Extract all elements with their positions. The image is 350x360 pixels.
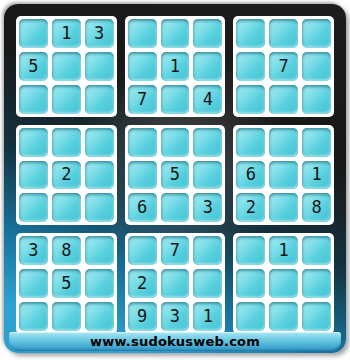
block-2-1: 2 bbox=[16, 125, 117, 226]
cell-r9c9[interactable] bbox=[302, 302, 331, 331]
cell-r1c7[interactable] bbox=[236, 19, 265, 48]
cell-r6c8[interactable] bbox=[269, 193, 298, 222]
cell-r8c3[interactable] bbox=[85, 269, 114, 298]
block-2-3: 6128 bbox=[233, 125, 334, 226]
cell-r2c4[interactable] bbox=[128, 52, 157, 81]
cell-r1c6[interactable] bbox=[193, 19, 222, 48]
block-1-2: 174 bbox=[125, 16, 226, 117]
cell-r1c1[interactable] bbox=[19, 19, 48, 48]
cell-r4c1[interactable] bbox=[19, 128, 48, 157]
cell-r6c7: 2 bbox=[236, 193, 265, 222]
cell-r8c5[interactable] bbox=[161, 269, 190, 298]
cell-r2c6[interactable] bbox=[193, 52, 222, 81]
cell-r3c7[interactable] bbox=[236, 85, 265, 114]
cell-r5c4[interactable] bbox=[128, 161, 157, 190]
cell-r6c2[interactable] bbox=[52, 193, 81, 222]
cell-r5c3[interactable] bbox=[85, 161, 114, 190]
cell-r8c9[interactable] bbox=[302, 269, 331, 298]
block-1-3: 7 bbox=[233, 16, 334, 117]
cell-r5c7: 6 bbox=[236, 161, 265, 190]
cell-r5c5: 5 bbox=[161, 161, 190, 190]
cell-r6c5[interactable] bbox=[161, 193, 190, 222]
cell-r4c2[interactable] bbox=[52, 128, 81, 157]
cell-r3c3[interactable] bbox=[85, 85, 114, 114]
block-3-2: 72931 bbox=[125, 233, 226, 334]
cell-r9c6: 1 bbox=[193, 302, 222, 331]
block-1-1: 135 bbox=[16, 16, 117, 117]
cell-r4c6[interactable] bbox=[193, 128, 222, 157]
cell-r1c3: 3 bbox=[85, 19, 114, 48]
cell-r7c3[interactable] bbox=[85, 236, 114, 265]
cell-r9c1[interactable] bbox=[19, 302, 48, 331]
cell-r7c7[interactable] bbox=[236, 236, 265, 265]
cell-r2c7[interactable] bbox=[236, 52, 265, 81]
cell-r6c9: 8 bbox=[302, 193, 331, 222]
cell-r2c5: 1 bbox=[161, 52, 190, 81]
cell-r6c3[interactable] bbox=[85, 193, 114, 222]
footer-band: www.sudokusweb.com bbox=[9, 332, 341, 351]
cell-r3c9[interactable] bbox=[302, 85, 331, 114]
cell-r8c6[interactable] bbox=[193, 269, 222, 298]
cell-r2c9[interactable] bbox=[302, 52, 331, 81]
cell-r3c2[interactable] bbox=[52, 85, 81, 114]
cell-r5c6[interactable] bbox=[193, 161, 222, 190]
cell-r2c8: 7 bbox=[269, 52, 298, 81]
cell-r4c3[interactable] bbox=[85, 128, 114, 157]
cell-r8c7[interactable] bbox=[236, 269, 265, 298]
block-3-3: 1 bbox=[233, 233, 334, 334]
cell-r9c4: 9 bbox=[128, 302, 157, 331]
cell-r5c8[interactable] bbox=[269, 161, 298, 190]
cell-r7c2: 8 bbox=[52, 236, 81, 265]
cell-r6c6: 3 bbox=[193, 193, 222, 222]
cell-r7c4[interactable] bbox=[128, 236, 157, 265]
cell-r9c5: 3 bbox=[161, 302, 190, 331]
cell-r5c2: 2 bbox=[52, 161, 81, 190]
cell-r3c1[interactable] bbox=[19, 85, 48, 114]
sudoku-grid: 135174725636128385729311 bbox=[16, 16, 334, 334]
cell-r6c4: 6 bbox=[128, 193, 157, 222]
cell-r2c2[interactable] bbox=[52, 52, 81, 81]
cell-r3c5[interactable] bbox=[161, 85, 190, 114]
cell-r7c5: 7 bbox=[161, 236, 190, 265]
cell-r4c5[interactable] bbox=[161, 128, 190, 157]
cell-r8c1[interactable] bbox=[19, 269, 48, 298]
cell-r5c9: 1 bbox=[302, 161, 331, 190]
cell-r6c1[interactable] bbox=[19, 193, 48, 222]
block-3-1: 385 bbox=[16, 233, 117, 334]
cell-r1c4[interactable] bbox=[128, 19, 157, 48]
cell-r7c9[interactable] bbox=[302, 236, 331, 265]
cell-r9c3[interactable] bbox=[85, 302, 114, 331]
cell-r3c4: 7 bbox=[128, 85, 157, 114]
cell-r8c8[interactable] bbox=[269, 269, 298, 298]
cell-r4c9[interactable] bbox=[302, 128, 331, 157]
cell-r7c6[interactable] bbox=[193, 236, 222, 265]
cell-r1c5[interactable] bbox=[161, 19, 190, 48]
cell-r1c9[interactable] bbox=[302, 19, 331, 48]
cell-r7c8: 1 bbox=[269, 236, 298, 265]
cell-r3c6: 4 bbox=[193, 85, 222, 114]
cell-r9c7[interactable] bbox=[236, 302, 265, 331]
block-2-2: 563 bbox=[125, 125, 226, 226]
site-url-label: www.sudokusweb.com bbox=[90, 334, 260, 349]
cell-r4c4[interactable] bbox=[128, 128, 157, 157]
cell-r4c8[interactable] bbox=[269, 128, 298, 157]
sudoku-board: 135174725636128385729311 www.sudokusweb.… bbox=[4, 4, 346, 353]
cell-r8c4: 2 bbox=[128, 269, 157, 298]
cell-r5c1[interactable] bbox=[19, 161, 48, 190]
cell-r2c3[interactable] bbox=[85, 52, 114, 81]
cell-r3c8[interactable] bbox=[269, 85, 298, 114]
cell-r2c1: 5 bbox=[19, 52, 48, 81]
cell-r1c2: 1 bbox=[52, 19, 81, 48]
cell-r9c8[interactable] bbox=[269, 302, 298, 331]
cell-r7c1: 3 bbox=[19, 236, 48, 265]
cell-r8c2: 5 bbox=[52, 269, 81, 298]
cell-r4c7[interactable] bbox=[236, 128, 265, 157]
cell-r1c8[interactable] bbox=[269, 19, 298, 48]
cell-r9c2[interactable] bbox=[52, 302, 81, 331]
